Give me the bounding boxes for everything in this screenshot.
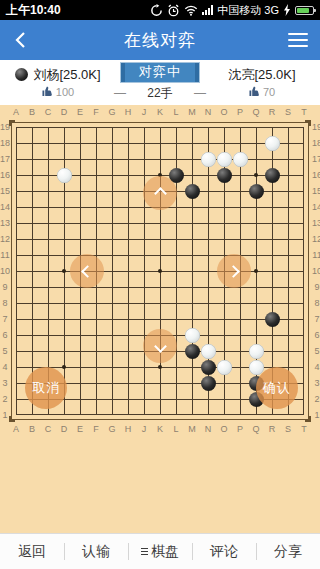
coordinate-label: 7 xyxy=(312,311,320,327)
thumbs-up-icon xyxy=(249,86,260,97)
coordinate-label: O xyxy=(216,106,232,119)
page-title: 在线对弈 xyxy=(0,29,320,52)
go-stone-black-R7 xyxy=(265,312,280,327)
go-stone-white-Q5 xyxy=(249,344,264,359)
go-stone-white-O17 xyxy=(217,152,232,167)
bottom-toolbar: 返回认输棋盘评论分享 xyxy=(0,533,320,569)
coordinate-label: E xyxy=(72,106,88,119)
coordinate-label: Q xyxy=(248,106,264,119)
coordinate-label: F xyxy=(88,423,104,436)
go-stone-white-M6 xyxy=(185,328,200,343)
cancel-button[interactable]: 取消 xyxy=(25,367,67,409)
dash-right: — xyxy=(194,86,206,100)
coordinate-label: 9 xyxy=(312,279,320,295)
coordinate-label: B xyxy=(24,423,40,436)
coordinate-label: L xyxy=(168,423,184,436)
go-stone-white-O4 xyxy=(217,360,232,375)
player-bar: 刘杨[25.0K] 100 对弈中 — 22手 — 沈亮[25.0K] 70 xyxy=(0,60,320,105)
coordinate-label: 19 xyxy=(312,119,320,135)
coordinate-label: 16 xyxy=(312,167,320,183)
star-point xyxy=(254,269,258,273)
star-point xyxy=(254,173,258,177)
star-point xyxy=(62,365,66,369)
coordinate-label: N xyxy=(200,106,216,119)
toolbar-item-返回[interactable]: 返回 xyxy=(0,534,64,569)
arrow-down-button[interactable] xyxy=(143,329,177,363)
coordinate-label: 6 xyxy=(312,327,320,343)
coordinate-label: J xyxy=(136,423,152,436)
coordinate-label: H xyxy=(120,423,136,436)
coordinate-label: K xyxy=(152,106,168,119)
row-labels-left: 19181716151413121110987654321 xyxy=(0,119,8,423)
toolbar-item-label: 分享 xyxy=(274,543,302,561)
coordinate-label: 4 xyxy=(312,359,320,375)
coordinate-label: P xyxy=(232,106,248,119)
coordinate-label: G xyxy=(104,106,120,119)
white-likes-count: 70 xyxy=(263,86,275,98)
back-button[interactable] xyxy=(0,20,44,60)
coordinate-label: 17 xyxy=(312,151,320,167)
arrow-left-button[interactable] xyxy=(70,254,104,288)
toolbar-item-label: 评论 xyxy=(210,543,238,561)
column-labels-top: ABCDEFGHJKLMNOPQRST xyxy=(8,106,320,119)
app-header: 在线对弈 xyxy=(0,20,320,60)
go-stone-white-P17 xyxy=(233,152,248,167)
coordinate-label: 2 xyxy=(312,391,320,407)
go-board: ABCDEFGHJKLMNOPQRST 19181716151413121110… xyxy=(0,106,320,436)
coordinate-label: E xyxy=(72,423,88,436)
coordinate-label: P xyxy=(232,423,248,436)
coordinate-label: A xyxy=(8,106,24,119)
star-point xyxy=(158,365,162,369)
go-stone-white-N5 xyxy=(201,344,216,359)
coordinate-label: Q xyxy=(248,423,264,436)
coordinate-label: C xyxy=(40,423,56,436)
coordinate-label: 5 xyxy=(312,343,320,359)
toolbar-item-label: 棋盘 xyxy=(151,543,179,561)
coordinate-label: 10 xyxy=(312,263,320,279)
coordinate-label: A xyxy=(8,423,24,436)
coordinate-label: 15 xyxy=(312,183,320,199)
move-count: 22手 xyxy=(147,85,172,102)
black-likes-count: 100 xyxy=(56,86,74,98)
status-bar: 上午10:40 中国移动 3G xyxy=(0,0,320,20)
board-grid[interactable]: 取消确认 xyxy=(8,119,312,423)
arrow-right-button[interactable] xyxy=(217,254,251,288)
go-stone-black-M15 xyxy=(185,184,200,199)
chevron-up-icon xyxy=(154,187,167,200)
black-player: 刘杨[25.0K] 100 xyxy=(4,66,112,98)
board-grid-icon xyxy=(141,548,148,556)
coordinate-label: H xyxy=(120,106,136,119)
coordinate-label: 3 xyxy=(312,375,320,391)
coordinate-label: C xyxy=(40,106,56,119)
coordinate-label: B xyxy=(24,106,40,119)
chevron-left-icon xyxy=(81,265,94,278)
thumbs-up-icon xyxy=(42,86,53,97)
coordinate-label: D xyxy=(56,106,72,119)
go-stone-white-R18 xyxy=(265,136,280,151)
toolbar-item-分享[interactable]: 分享 xyxy=(256,534,320,569)
chevron-right-icon xyxy=(227,265,240,278)
star-point xyxy=(158,269,162,273)
coordinate-label: G xyxy=(104,423,120,436)
coordinate-label: 14 xyxy=(312,199,320,215)
arrow-up-button[interactable] xyxy=(143,176,177,210)
go-stone-black-Q15 xyxy=(249,184,264,199)
toolbar-item-评论[interactable]: 评论 xyxy=(192,534,256,569)
confirm-button[interactable]: 确认 xyxy=(256,367,298,409)
row-labels-right: 19181716151413121110987654321 xyxy=(312,119,320,423)
go-stone-white-D16 xyxy=(57,168,72,183)
coordinate-label: 18 xyxy=(312,135,320,151)
go-stone-black-N4 xyxy=(201,360,216,375)
sync-icon xyxy=(150,4,163,17)
menu-button[interactable] xyxy=(276,20,320,60)
go-stone-black-N3 xyxy=(201,376,216,391)
match-status: 对弈中 — 22手 — xyxy=(112,62,208,102)
column-labels-bottom: ABCDEFGHJKLMNOPQRST xyxy=(8,423,320,436)
coordinate-label: T xyxy=(296,106,312,119)
black-stone-icon xyxy=(15,68,28,81)
toolbar-item-label: 认输 xyxy=(82,543,110,561)
white-likes[interactable]: 70 xyxy=(249,86,275,98)
go-stone-white-N17 xyxy=(201,152,216,167)
toolbar-item-认输[interactable]: 认输 xyxy=(64,534,128,569)
charging-bolt-icon xyxy=(283,4,291,16)
coordinate-label: 13 xyxy=(312,215,320,231)
coordinate-label: L xyxy=(168,106,184,119)
status-badge: 对弈中 xyxy=(120,62,200,83)
coordinate-label: F xyxy=(88,106,104,119)
clock-time: 上午10:40 xyxy=(6,2,61,19)
board-area: ABCDEFGHJKLMNOPQRST 19181716151413121110… xyxy=(0,105,320,533)
coordinate-label: 8 xyxy=(312,295,320,311)
coordinate-label: D xyxy=(56,423,72,436)
signal-icon xyxy=(202,5,213,15)
coordinate-label: R xyxy=(264,423,280,436)
coordinate-label: 1 xyxy=(312,407,320,423)
black-player-name: 刘杨[25.0K] xyxy=(33,66,100,84)
toolbar-item-棋盘[interactable]: 棋盘 xyxy=(128,534,192,569)
coordinate-label: S xyxy=(280,106,296,119)
coordinate-label: S xyxy=(280,423,296,436)
coordinate-label: N xyxy=(200,423,216,436)
alarm-icon xyxy=(167,4,180,17)
coordinate-label: 11 xyxy=(312,247,320,263)
coordinate-label: J xyxy=(136,106,152,119)
black-likes[interactable]: 100 xyxy=(42,86,74,98)
go-stone-black-M5 xyxy=(185,344,200,359)
coordinate-label: T xyxy=(296,423,312,436)
go-stone-black-O16 xyxy=(217,168,232,183)
white-player: 沈亮[25.0K] 70 xyxy=(208,66,316,98)
coordinate-label: R xyxy=(264,106,280,119)
battery-icon xyxy=(295,6,314,15)
coordinate-label: 12 xyxy=(312,231,320,247)
coordinate-label: K xyxy=(152,423,168,436)
go-stone-black-R16 xyxy=(265,168,280,183)
coordinate-label: M xyxy=(184,423,200,436)
coordinate-label: M xyxy=(184,106,200,119)
chevron-down-icon xyxy=(154,340,167,353)
toolbar-item-label: 返回 xyxy=(18,543,46,561)
dash-left: — xyxy=(114,86,126,100)
star-point xyxy=(62,269,66,273)
carrier-label: 中国移动 3G xyxy=(217,3,279,18)
wifi-icon xyxy=(184,5,198,16)
coordinate-label: O xyxy=(216,423,232,436)
white-player-name: 沈亮[25.0K] xyxy=(228,66,295,84)
